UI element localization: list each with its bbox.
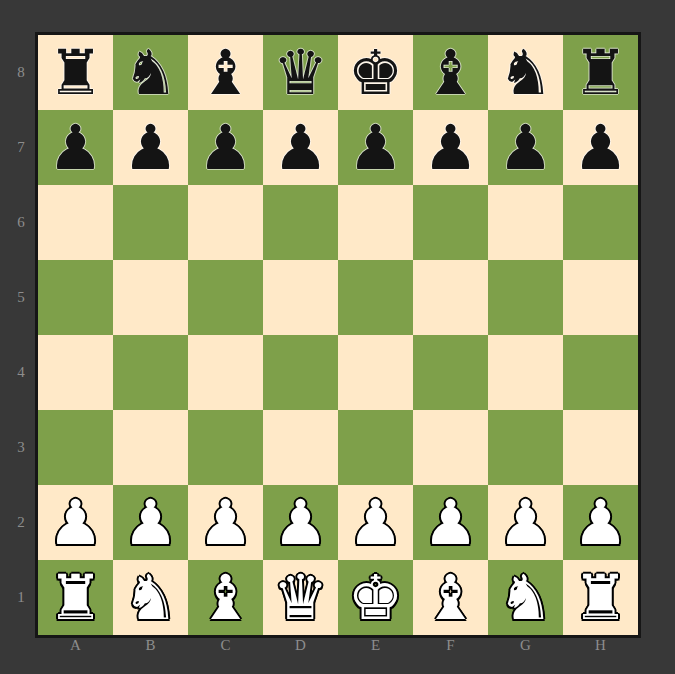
piece-bR-h8[interactable]: ♜ <box>573 35 629 110</box>
square-d3[interactable] <box>263 410 338 485</box>
square-d8[interactable]: ♛ <box>263 35 338 110</box>
square-c4[interactable] <box>188 335 263 410</box>
square-g3[interactable] <box>488 410 563 485</box>
square-d4[interactable] <box>263 335 338 410</box>
piece-bB-c8[interactable]: ♝ <box>198 35 254 110</box>
square-c8[interactable]: ♝ <box>188 35 263 110</box>
square-h7[interactable]: ♟ <box>563 110 638 185</box>
file-label-c: C <box>188 636 263 654</box>
file-label-b: B <box>113 636 188 654</box>
square-g8[interactable]: ♞ <box>488 35 563 110</box>
square-b6[interactable] <box>113 185 188 260</box>
piece-wP-h2[interactable]: ♟ <box>573 485 629 560</box>
square-a2[interactable]: ♟ <box>38 485 113 560</box>
square-b8[interactable]: ♞ <box>113 35 188 110</box>
square-c2[interactable]: ♟ <box>188 485 263 560</box>
square-b4[interactable] <box>113 335 188 410</box>
square-e5[interactable] <box>338 260 413 335</box>
piece-bK-e8[interactable]: ♚ <box>348 35 404 110</box>
file-label-e: E <box>338 636 413 654</box>
piece-wN-b1[interactable]: ♞ <box>123 560 179 635</box>
square-c3[interactable] <box>188 410 263 485</box>
piece-wN-g1[interactable]: ♞ <box>498 560 554 635</box>
square-e7[interactable]: ♟ <box>338 110 413 185</box>
square-g7[interactable]: ♟ <box>488 110 563 185</box>
square-a3[interactable] <box>38 410 113 485</box>
square-d6[interactable] <box>263 185 338 260</box>
square-c1[interactable]: ♝ <box>188 560 263 635</box>
square-a5[interactable] <box>38 260 113 335</box>
square-f1[interactable]: ♝ <box>413 560 488 635</box>
piece-wP-g2[interactable]: ♟ <box>498 485 554 560</box>
rank-label-5: 5 <box>6 260 36 335</box>
piece-wP-b2[interactable]: ♟ <box>123 485 179 560</box>
piece-bP-d7[interactable]: ♟ <box>273 110 329 185</box>
file-label-h: H <box>563 636 638 654</box>
square-h5[interactable] <box>563 260 638 335</box>
square-a7[interactable]: ♟ <box>38 110 113 185</box>
square-b5[interactable] <box>113 260 188 335</box>
piece-bP-c7[interactable]: ♟ <box>198 110 254 185</box>
piece-bP-h7[interactable]: ♟ <box>573 110 629 185</box>
file-label-a: A <box>38 636 113 654</box>
square-f5[interactable] <box>413 260 488 335</box>
square-b7[interactable]: ♟ <box>113 110 188 185</box>
rank-label-7: 7 <box>6 110 36 185</box>
square-h3[interactable] <box>563 410 638 485</box>
piece-bP-e7[interactable]: ♟ <box>348 110 404 185</box>
piece-wP-f2[interactable]: ♟ <box>423 485 479 560</box>
rank-label-4: 4 <box>6 335 36 410</box>
piece-wR-a1[interactable]: ♜ <box>48 560 104 635</box>
rank-label-6: 6 <box>6 185 36 260</box>
square-f4[interactable] <box>413 335 488 410</box>
square-d1[interactable]: ♛ <box>263 560 338 635</box>
rank-label-3: 3 <box>6 410 36 485</box>
piece-bP-g7[interactable]: ♟ <box>498 110 554 185</box>
square-d7[interactable]: ♟ <box>263 110 338 185</box>
square-c5[interactable] <box>188 260 263 335</box>
square-f6[interactable] <box>413 185 488 260</box>
piece-bP-b7[interactable]: ♟ <box>123 110 179 185</box>
piece-wK-e1[interactable]: ♚ <box>348 560 404 635</box>
square-b2[interactable]: ♟ <box>113 485 188 560</box>
rank-label-1: 1 <box>6 560 36 635</box>
square-b1[interactable]: ♞ <box>113 560 188 635</box>
square-d2[interactable]: ♟ <box>263 485 338 560</box>
chess-board: ♜♞♝♛♚♝♞♜♟♟♟♟♟♟♟♟♟♟♟♟♟♟♟♟♜♞♝♛♚♝♞♜ <box>38 35 638 635</box>
piece-bP-a7[interactable]: ♟ <box>48 110 104 185</box>
piece-wB-c1[interactable]: ♝ <box>198 560 254 635</box>
square-h4[interactable] <box>563 335 638 410</box>
square-g6[interactable] <box>488 185 563 260</box>
piece-bN-g8[interactable]: ♞ <box>498 35 554 110</box>
rank-label-2: 2 <box>6 485 36 560</box>
square-e4[interactable] <box>338 335 413 410</box>
file-label-d: D <box>263 636 338 654</box>
square-g5[interactable] <box>488 260 563 335</box>
piece-bR-a8[interactable]: ♜ <box>48 35 104 110</box>
piece-bQ-d8[interactable]: ♛ <box>273 35 329 110</box>
square-e3[interactable] <box>338 410 413 485</box>
piece-wB-f1[interactable]: ♝ <box>423 560 479 635</box>
piece-bN-b8[interactable]: ♞ <box>123 35 179 110</box>
piece-wQ-d1[interactable]: ♛ <box>273 560 329 635</box>
square-h6[interactable] <box>563 185 638 260</box>
square-a4[interactable] <box>38 335 113 410</box>
square-g2[interactable]: ♟ <box>488 485 563 560</box>
square-f2[interactable]: ♟ <box>413 485 488 560</box>
square-e6[interactable] <box>338 185 413 260</box>
square-c7[interactable]: ♟ <box>188 110 263 185</box>
square-f8[interactable]: ♝ <box>413 35 488 110</box>
square-f3[interactable] <box>413 410 488 485</box>
piece-bP-f7[interactable]: ♟ <box>423 110 479 185</box>
square-c6[interactable] <box>188 185 263 260</box>
square-b3[interactable] <box>113 410 188 485</box>
piece-wP-e2[interactable]: ♟ <box>348 485 404 560</box>
file-labels: ABCDEFGH <box>38 636 638 654</box>
square-a8[interactable]: ♜ <box>38 35 113 110</box>
square-g1[interactable]: ♞ <box>488 560 563 635</box>
square-a6[interactable] <box>38 185 113 260</box>
square-a1[interactable]: ♜ <box>38 560 113 635</box>
square-e8[interactable]: ♚ <box>338 35 413 110</box>
file-label-f: F <box>413 636 488 654</box>
square-f7[interactable]: ♟ <box>413 110 488 185</box>
square-h1[interactable]: ♜ <box>563 560 638 635</box>
piece-bB-f8[interactable]: ♝ <box>423 35 479 110</box>
piece-wP-d2[interactable]: ♟ <box>273 485 329 560</box>
square-h2[interactable]: ♟ <box>563 485 638 560</box>
square-d5[interactable] <box>263 260 338 335</box>
chess-app: 87654321 ♜♞♝♛♚♝♞♜♟♟♟♟♟♟♟♟♟♟♟♟♟♟♟♟♜♞♝♛♚♝♞… <box>0 0 675 674</box>
piece-wP-a2[interactable]: ♟ <box>48 485 104 560</box>
rank-labels: 87654321 <box>6 35 36 635</box>
rank-label-8: 8 <box>6 35 36 110</box>
square-e1[interactable]: ♚ <box>338 560 413 635</box>
piece-wP-c2[interactable]: ♟ <box>198 485 254 560</box>
square-e2[interactable]: ♟ <box>338 485 413 560</box>
square-g4[interactable] <box>488 335 563 410</box>
file-label-g: G <box>488 636 563 654</box>
board-frame: ♜♞♝♛♚♝♞♜♟♟♟♟♟♟♟♟♟♟♟♟♟♟♟♟♜♞♝♛♚♝♞♜ <box>35 32 641 638</box>
square-h8[interactable]: ♜ <box>563 35 638 110</box>
piece-wR-h1[interactable]: ♜ <box>573 560 629 635</box>
